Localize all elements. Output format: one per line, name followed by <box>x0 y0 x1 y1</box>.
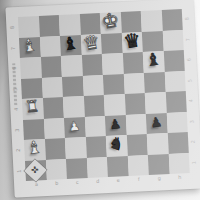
square-h3[interactable] <box>166 111 187 132</box>
square-d6[interactable] <box>81 54 102 75</box>
white-rook-a4[interactable]: ♜ <box>25 98 41 116</box>
square-e7[interactable] <box>101 33 122 54</box>
square-e1[interactable] <box>107 155 128 176</box>
square-b3[interactable] <box>43 117 64 138</box>
rank-label-left-2: 2 <box>16 149 21 152</box>
square-d3[interactable] <box>84 115 105 136</box>
white-bishop-a2[interactable]: ♝ <box>26 139 43 158</box>
square-g5[interactable] <box>144 72 165 93</box>
white-king-e8[interactable]: ♚ <box>100 9 121 32</box>
file-label-b: b <box>55 181 58 186</box>
square-b6[interactable] <box>40 56 61 77</box>
black-pawn-e3[interactable]: ♟ <box>109 117 122 131</box>
square-a5[interactable] <box>21 78 42 99</box>
square-c2[interactable] <box>65 137 86 158</box>
square-c5[interactable] <box>62 76 83 97</box>
square-h8[interactable] <box>161 9 182 30</box>
rank-label-right-2: 2 <box>191 140 196 143</box>
square-e4[interactable] <box>104 94 125 115</box>
square-f1[interactable] <box>127 154 148 175</box>
square-h1[interactable] <box>168 152 189 173</box>
file-label-a: a <box>35 182 38 187</box>
square-f4[interactable] <box>124 93 145 114</box>
square-g2[interactable] <box>147 133 168 154</box>
square-d1[interactable] <box>86 156 107 177</box>
rank-label-right-3: 3 <box>190 120 195 123</box>
rank-label-right-1: 1 <box>192 161 197 164</box>
file-label-f: f <box>138 177 140 182</box>
corner-emblem-glyph: ✜ <box>32 165 40 174</box>
square-d4[interactable] <box>83 95 104 116</box>
square-a6[interactable] <box>20 57 41 78</box>
rank-label-right-7: 7 <box>186 38 191 41</box>
square-c6[interactable] <box>61 55 82 76</box>
black-pawn-g3[interactable]: ♟ <box>150 115 163 129</box>
file-label-h: h <box>178 175 181 180</box>
square-h6[interactable] <box>163 50 184 71</box>
rank-label-left-5: 5 <box>13 87 18 90</box>
file-label-d: d <box>96 179 99 184</box>
rank-label-left-6: 6 <box>12 67 17 70</box>
square-b4[interactable] <box>42 97 63 118</box>
rank-label-right-4: 4 <box>189 99 194 102</box>
square-f6[interactable] <box>122 52 143 73</box>
file-label-c: c <box>76 180 79 185</box>
square-b2[interactable] <box>44 138 65 159</box>
square-g1[interactable] <box>148 153 169 174</box>
chessboard-photo: ✜♚♛♝♜♝♟♛♝♝♟♟♞ abcdefgh8877665544332211 <box>0 0 200 200</box>
rank-label-left-1: 1 <box>17 169 22 172</box>
rank-label-left-8: 8 <box>10 26 15 29</box>
board: ✜♚♛♝♜♝♟♛♝♝♟♟♞ <box>18 9 190 181</box>
vinyl-chess-mat: ✜♚♛♝♜♝♟♛♝♝♟♟♞ abcdefgh8877665544332211 <box>5 0 200 197</box>
square-d5[interactable] <box>82 75 103 96</box>
square-g4[interactable] <box>145 92 166 113</box>
square-f5[interactable] <box>123 73 144 94</box>
white-queen-d7[interactable]: ♛ <box>81 31 101 53</box>
square-d2[interactable] <box>85 136 106 157</box>
square-f2[interactable] <box>126 134 147 155</box>
black-bishop-c7[interactable]: ♝ <box>62 34 80 53</box>
rank-label-left-4: 4 <box>14 108 19 111</box>
white-pawn-c3[interactable]: ♟ <box>68 119 81 133</box>
square-e6[interactable] <box>102 53 123 74</box>
square-b7[interactable] <box>39 36 60 57</box>
square-h2[interactable] <box>167 132 188 153</box>
black-queen-f7[interactable]: ♛ <box>122 30 142 51</box>
rank-label-left-7: 7 <box>11 46 16 49</box>
file-label-e: e <box>117 178 120 183</box>
file-label-g: g <box>158 176 161 181</box>
square-b5[interactable] <box>41 77 62 98</box>
square-h7[interactable] <box>162 30 183 51</box>
square-b8[interactable] <box>38 15 59 36</box>
square-g8[interactable] <box>141 10 162 31</box>
square-h4[interactable] <box>165 91 186 112</box>
rank-label-right-8: 8 <box>185 17 190 20</box>
rank-label-left-3: 3 <box>15 128 20 131</box>
square-h5[interactable] <box>164 71 185 92</box>
square-c1[interactable] <box>66 157 87 178</box>
square-f3[interactable] <box>125 113 146 134</box>
square-e5[interactable] <box>103 74 124 95</box>
square-b1[interactable] <box>45 158 66 179</box>
rank-label-right-6: 6 <box>187 58 192 61</box>
black-bishop-g6[interactable]: ♝ <box>145 51 162 70</box>
rank-label-right-5: 5 <box>188 79 193 82</box>
white-bishop-a7[interactable]: ♝ <box>21 36 39 55</box>
square-c4[interactable] <box>63 96 84 117</box>
